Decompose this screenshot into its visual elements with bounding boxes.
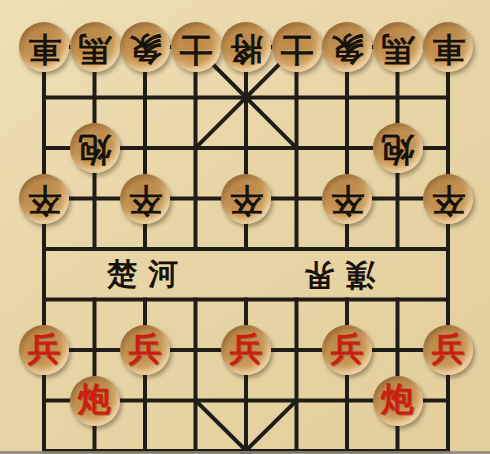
piece-glyph: 車 [28,32,61,65]
piece-glyph: 象 [331,32,364,65]
piece-red-soldier[interactable]: 兵 [221,325,271,375]
piece-glyph: 卒 [230,183,263,216]
piece-glyph: 兵 [129,333,162,366]
piece-glyph: 馬 [381,32,414,65]
piece-glyph: 卒 [28,183,61,216]
piece-red-soldier[interactable]: 兵 [322,325,372,375]
piece-glyph: 卒 [331,183,364,216]
piece-glyph: 卒 [432,183,465,216]
piece-glyph: 兵 [331,333,364,366]
piece-red-cannon[interactable]: 炮 [70,376,120,426]
piece-glyph: 炮 [78,133,111,166]
piece-glyph: 兵 [230,333,263,366]
piece-black-elephant[interactable]: 象 [322,22,372,72]
piece-black-horse[interactable]: 馬 [70,22,120,72]
piece-black-advisor[interactable]: 士 [272,22,322,72]
piece-black-cannon[interactable]: 炮 [70,123,120,173]
piece-glyph: 士 [280,32,313,65]
piece-glyph: 炮 [78,383,111,416]
piece-black-cannon[interactable]: 炮 [373,123,423,173]
xiangqi-board: 楚河 漢界 車馬象士將士象馬車炮炮卒卒卒卒卒兵兵兵兵兵炮炮 [0,0,490,454]
piece-red-soldier[interactable]: 兵 [423,325,473,375]
piece-glyph: 馬 [78,32,111,65]
piece-black-general[interactable]: 將 [221,22,271,72]
piece-black-advisor[interactable]: 士 [171,22,221,72]
piece-red-cannon[interactable]: 炮 [373,376,423,426]
piece-glyph: 兵 [28,333,61,366]
piece-black-soldier[interactable]: 卒 [423,174,473,224]
piece-black-chariot[interactable]: 車 [423,22,473,72]
piece-black-soldier[interactable]: 卒 [221,174,271,224]
piece-glyph: 象 [129,32,162,65]
piece-black-soldier[interactable]: 卒 [120,174,170,224]
piece-glyph: 將 [230,32,263,65]
piece-glyph: 車 [432,32,465,65]
piece-glyph: 炮 [381,383,414,416]
piece-black-elephant[interactable]: 象 [120,22,170,72]
piece-glyph: 卒 [129,183,162,216]
piece-black-soldier[interactable]: 卒 [322,174,372,224]
piece-glyph: 兵 [432,333,465,366]
piece-layer: 車馬象士將士象馬車炮炮卒卒卒卒卒兵兵兵兵兵炮炮 [19,22,474,454]
piece-red-soldier[interactable]: 兵 [19,325,69,375]
piece-black-chariot[interactable]: 車 [19,22,69,72]
piece-red-soldier[interactable]: 兵 [120,325,170,375]
piece-glyph: 士 [179,32,212,65]
piece-black-horse[interactable]: 馬 [373,22,423,72]
piece-glyph: 炮 [381,133,414,166]
piece-black-soldier[interactable]: 卒 [19,174,69,224]
